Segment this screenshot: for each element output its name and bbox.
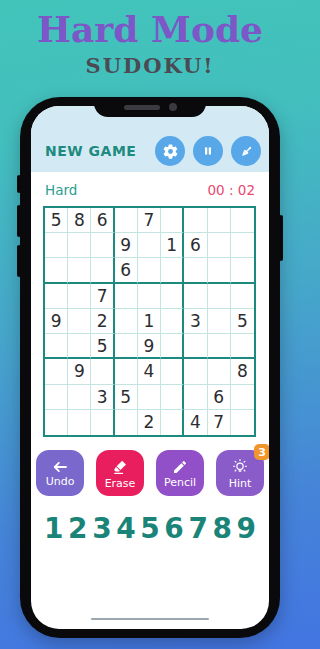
- sudoku-cell-r4c5[interactable]: [138, 284, 161, 309]
- sudoku-cell-r3c5[interactable]: [138, 258, 161, 283]
- sudoku-cell-r8c4[interactable]: 5: [115, 385, 138, 410]
- brush-icon: [238, 143, 255, 160]
- pencil-icon: [172, 459, 188, 475]
- sudoku-cell-r2c8[interactable]: [208, 233, 231, 258]
- sudoku-cell-r6c5[interactable]: 9: [138, 334, 161, 359]
- phone-notch: [94, 97, 206, 117]
- sudoku-cell-r7c6[interactable]: [161, 359, 184, 384]
- sudoku-cell-r3c1[interactable]: [45, 258, 68, 283]
- difficulty-label: Hard: [45, 182, 77, 198]
- sudoku-cell-r8c8[interactable]: 6: [208, 385, 231, 410]
- sudoku-cell-r1c9[interactable]: [231, 208, 254, 233]
- sudoku-cell-r4c6[interactable]: [161, 284, 184, 309]
- sudoku-cell-r7c1[interactable]: [45, 359, 68, 384]
- sudoku-cell-r1c6[interactable]: [161, 208, 184, 233]
- sudoku-cell-r2c4[interactable]: 9: [115, 233, 138, 258]
- gear-icon: [162, 143, 179, 160]
- sudoku-cell-r5c2[interactable]: [68, 309, 91, 334]
- sudoku-cell-r5c9[interactable]: 5: [231, 309, 254, 334]
- sudoku-cell-r3c6[interactable]: [161, 258, 184, 283]
- numpad-button-7[interactable]: 7: [188, 512, 207, 546]
- sudoku-cell-r7c9[interactable]: 8: [231, 359, 254, 384]
- undo-label: Undo: [46, 476, 75, 487]
- sudoku-cell-r9c1[interactable]: [45, 410, 68, 435]
- sudoku-cell-r4c9[interactable]: [231, 284, 254, 309]
- sudoku-cell-r3c2[interactable]: [68, 258, 91, 283]
- numpad-button-3[interactable]: 3: [92, 512, 111, 546]
- phone-screen: NEW GAME: [31, 106, 269, 629]
- sudoku-cell-r6c1[interactable]: [45, 334, 68, 359]
- numpad-button-4[interactable]: 4: [116, 512, 135, 546]
- sudoku-cell-r6c4[interactable]: [115, 334, 138, 359]
- sudoku-cell-r7c2[interactable]: 9: [68, 359, 91, 384]
- sudoku-cell-r7c7[interactable]: [184, 359, 207, 384]
- hint-button[interactable]: 3 Hint: [216, 450, 264, 496]
- sudoku-cell-r3c3[interactable]: [91, 258, 114, 283]
- sudoku-cell-r9c3[interactable]: [91, 410, 114, 435]
- banner-title: Hard Mode: [0, 8, 300, 51]
- sudoku-cell-r2c6[interactable]: 1: [161, 233, 184, 258]
- theme-button[interactable]: [231, 136, 261, 166]
- sudoku-cell-r9c8[interactable]: 7: [208, 410, 231, 435]
- numpad-button-2[interactable]: 2: [68, 512, 87, 546]
- hint-badge: 3: [254, 444, 269, 460]
- sudoku-cell-r1c4[interactable]: [115, 208, 138, 233]
- nav-row: NEW GAME: [45, 134, 261, 168]
- numpad-button-8[interactable]: 8: [212, 512, 231, 546]
- sudoku-cell-r8c1[interactable]: [45, 385, 68, 410]
- sudoku-cell-r3c7[interactable]: [184, 258, 207, 283]
- pause-button[interactable]: [193, 136, 223, 166]
- number-pad: 123456789: [31, 512, 269, 546]
- sudoku-cell-r4c4[interactable]: [115, 284, 138, 309]
- erase-label: Erase: [105, 478, 136, 489]
- speaker-slot: [124, 105, 160, 110]
- sudoku-cell-r1c2[interactable]: 8: [68, 208, 91, 233]
- sudoku-cell-r1c7[interactable]: [184, 208, 207, 233]
- sudoku-cell-r1c3[interactable]: 6: [91, 208, 114, 233]
- sudoku-cell-r8c6[interactable]: [161, 385, 184, 410]
- sudoku-cell-r2c3[interactable]: [91, 233, 114, 258]
- front-camera: [169, 103, 177, 111]
- pause-icon: [200, 143, 216, 159]
- sudoku-cell-r5c1[interactable]: 9: [45, 309, 68, 334]
- new-game-button[interactable]: NEW GAME: [45, 143, 136, 159]
- sudoku-cell-r9c2[interactable]: [68, 410, 91, 435]
- sudoku-cell-r8c9[interactable]: [231, 385, 254, 410]
- sudoku-cell-r1c5[interactable]: 7: [138, 208, 161, 233]
- erase-button[interactable]: Erase: [96, 450, 144, 496]
- numpad-button-6[interactable]: 6: [164, 512, 183, 546]
- sudoku-cell-r8c7[interactable]: [184, 385, 207, 410]
- sudoku-cell-r8c5[interactable]: [138, 385, 161, 410]
- sudoku-cell-r5c4[interactable]: [115, 309, 138, 334]
- hint-label-pencil: Pencil: [164, 477, 196, 488]
- nav-buttons: [155, 136, 261, 166]
- timer: 00 : 02: [208, 182, 256, 198]
- sudoku-cell-r7c8[interactable]: [208, 359, 231, 384]
- numpad-button-5[interactable]: 5: [140, 512, 159, 546]
- sudoku-cell-r2c7[interactable]: 6: [184, 233, 207, 258]
- sudoku-cell-r5c3[interactable]: 2: [91, 309, 114, 334]
- banner: Hard Mode SUDOKU!: [0, 8, 300, 78]
- sudoku-cell-r7c4[interactable]: [115, 359, 138, 384]
- sudoku-cell-r4c8[interactable]: [208, 284, 231, 309]
- sudoku-cell-r6c2[interactable]: [68, 334, 91, 359]
- sudoku-cell-r5c7[interactable]: 3: [184, 309, 207, 334]
- lightbulb-icon: [231, 458, 249, 476]
- home-indicator[interactable]: [91, 618, 209, 621]
- sudoku-cell-r9c5[interactable]: 2: [138, 410, 161, 435]
- undo-button[interactable]: Undo: [36, 450, 84, 496]
- sudoku-grid: 5867916679213559948356247: [43, 206, 256, 437]
- sudoku-cell-r5c6[interactable]: [161, 309, 184, 334]
- sudoku-cell-r4c1[interactable]: [45, 284, 68, 309]
- sudoku-cell-r4c2[interactable]: [68, 284, 91, 309]
- sudoku-cell-r6c9[interactable]: [231, 334, 254, 359]
- sudoku-cell-r7c3[interactable]: [91, 359, 114, 384]
- sudoku-cell-r4c3[interactable]: 7: [91, 284, 114, 309]
- sudoku-cell-r8c3[interactable]: 3: [91, 385, 114, 410]
- sudoku-cell-r6c3[interactable]: 5: [91, 334, 114, 359]
- numpad-button-9[interactable]: 9: [237, 512, 256, 546]
- sudoku-cell-r6c8[interactable]: [208, 334, 231, 359]
- banner-subtitle: SUDOKU!: [0, 53, 300, 78]
- sudoku-cell-r2c5[interactable]: [138, 233, 161, 258]
- pencil-button[interactable]: Pencil: [156, 450, 204, 496]
- sudoku-cell-r1c1[interactable]: 5: [45, 208, 68, 233]
- sudoku-cell-r9c9[interactable]: [231, 410, 254, 435]
- sudoku-cell-r4c7[interactable]: [184, 284, 207, 309]
- undo-arrow-icon: [51, 460, 69, 474]
- sudoku-cell-r6c6[interactable]: [161, 334, 184, 359]
- info-row: Hard 00 : 02: [45, 182, 255, 198]
- numpad-button-1[interactable]: 1: [44, 512, 63, 546]
- eraser-icon: [111, 458, 129, 476]
- sudoku-cell-r3c8[interactable]: [208, 258, 231, 283]
- sudoku-cell-r5c8[interactable]: [208, 309, 231, 334]
- sudoku-cell-r2c1[interactable]: [45, 233, 68, 258]
- sudoku-cell-r3c4[interactable]: 6: [115, 258, 138, 283]
- sudoku-cell-r9c4[interactable]: [115, 410, 138, 435]
- phone-frame: NEW GAME: [20, 97, 280, 638]
- hint-label: Hint: [229, 478, 252, 489]
- sudoku-cell-r5c5[interactable]: 1: [138, 309, 161, 334]
- settings-button[interactable]: [155, 136, 185, 166]
- sudoku-cell-r1c8[interactable]: [208, 208, 231, 233]
- toolbar: Undo Erase Pencil 3 Hint: [31, 450, 269, 496]
- sudoku-cell-r2c9[interactable]: [231, 233, 254, 258]
- sudoku-cell-r6c7[interactable]: [184, 334, 207, 359]
- sudoku-cell-r3c9[interactable]: [231, 258, 254, 283]
- sudoku-cell-r8c2[interactable]: [68, 385, 91, 410]
- sudoku-cell-r2c2[interactable]: [68, 233, 91, 258]
- sudoku-cell-r7c5[interactable]: 4: [138, 359, 161, 384]
- sudoku-cell-r9c6[interactable]: [161, 410, 184, 435]
- sudoku-cell-r9c7[interactable]: 4: [184, 410, 207, 435]
